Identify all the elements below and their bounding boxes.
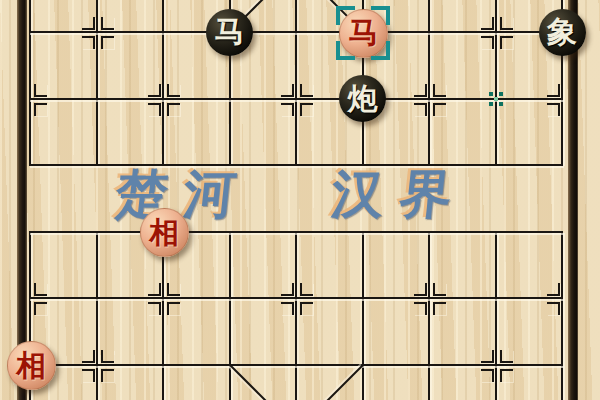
piece-glyph: 相 xyxy=(16,351,46,381)
grid-line-vertical xyxy=(29,0,31,165)
position-marker xyxy=(481,350,494,363)
cursor-marker-dot xyxy=(499,102,503,106)
piece-glyph: 炮 xyxy=(348,84,378,114)
piece-red-elephant[interactable]: 相 xyxy=(7,341,56,390)
position-marker xyxy=(34,302,47,315)
piece-black-cannon[interactable]: 炮 xyxy=(339,75,386,122)
position-marker xyxy=(82,369,95,382)
grid-line-horizontal xyxy=(29,98,563,100)
position-marker xyxy=(433,103,446,116)
grid-line-horizontal xyxy=(29,364,563,366)
cursor-marker xyxy=(489,92,503,106)
selection-bracket-corner xyxy=(336,41,355,60)
position-marker xyxy=(433,283,446,296)
piece-glyph: 象 xyxy=(547,17,577,47)
cursor-marker-dot xyxy=(489,92,493,96)
grid-line-vertical xyxy=(495,232,497,400)
position-marker xyxy=(101,36,114,49)
position-marker xyxy=(148,283,161,296)
position-marker xyxy=(547,302,560,315)
position-marker xyxy=(414,103,427,116)
position-marker xyxy=(481,17,494,30)
position-marker xyxy=(281,283,294,296)
position-marker xyxy=(167,283,180,296)
position-marker xyxy=(414,283,427,296)
board[interactable]: 马马象炮相相 xyxy=(0,0,600,400)
grid-line-vertical xyxy=(561,232,563,400)
grid-line-vertical xyxy=(295,0,297,165)
selection-brackets xyxy=(336,6,390,60)
grid-line-vertical xyxy=(295,232,297,400)
grid-line-vertical xyxy=(428,0,430,165)
cursor-marker-dot xyxy=(499,92,503,96)
grid-line-horizontal xyxy=(29,231,563,233)
position-marker xyxy=(547,103,560,116)
position-marker xyxy=(82,17,95,30)
grid-line-vertical xyxy=(495,0,497,165)
position-marker xyxy=(34,283,47,296)
piece-glyph: 相 xyxy=(149,218,179,248)
selection-bracket-corner xyxy=(371,6,390,25)
position-marker xyxy=(414,302,427,315)
position-marker xyxy=(481,369,494,382)
position-marker xyxy=(500,369,513,382)
position-marker xyxy=(167,84,180,97)
position-marker xyxy=(433,84,446,97)
position-marker xyxy=(300,283,313,296)
grid-line-vertical xyxy=(96,0,98,165)
position-marker xyxy=(300,302,313,315)
position-marker xyxy=(547,283,560,296)
selection-bracket-corner xyxy=(336,6,355,25)
grid-line-horizontal xyxy=(29,31,563,33)
cursor-marker-dot xyxy=(489,102,493,106)
piece-black-horse[interactable]: 马 xyxy=(206,9,253,56)
grid-line-vertical xyxy=(96,232,98,400)
grid-line-horizontal xyxy=(29,164,563,166)
position-marker xyxy=(167,103,180,116)
position-marker xyxy=(281,84,294,97)
piece-black-elephant[interactable]: 象 xyxy=(539,9,586,56)
position-marker xyxy=(34,84,47,97)
position-marker xyxy=(281,103,294,116)
grid-line-vertical xyxy=(362,232,364,400)
position-marker xyxy=(82,350,95,363)
cursor-marker-dot xyxy=(494,97,498,101)
selection-bracket-corner xyxy=(371,41,390,60)
position-marker xyxy=(101,369,114,382)
position-marker xyxy=(481,36,494,49)
position-marker xyxy=(34,103,47,116)
position-marker xyxy=(148,84,161,97)
position-marker xyxy=(82,36,95,49)
piece-glyph: 马 xyxy=(215,17,245,47)
position-marker xyxy=(281,302,294,315)
position-marker xyxy=(300,103,313,116)
position-marker xyxy=(148,302,161,315)
position-marker xyxy=(300,84,313,97)
position-marker xyxy=(148,103,161,116)
position-marker xyxy=(500,36,513,49)
xiangqi-board-viewport: 楚河 汉界 马马象炮相相 xyxy=(0,0,600,400)
position-marker xyxy=(433,302,446,315)
position-marker xyxy=(101,17,114,30)
position-marker xyxy=(500,350,513,363)
grid-line-vertical xyxy=(229,232,231,400)
position-marker xyxy=(500,17,513,30)
position-marker xyxy=(414,84,427,97)
grid-line-vertical xyxy=(428,232,430,400)
piece-red-elephant[interactable]: 相 xyxy=(140,208,189,257)
grid-line-horizontal xyxy=(29,297,563,299)
position-marker xyxy=(547,84,560,97)
position-marker xyxy=(101,350,114,363)
grid-line-vertical xyxy=(162,0,164,165)
position-marker xyxy=(167,302,180,315)
